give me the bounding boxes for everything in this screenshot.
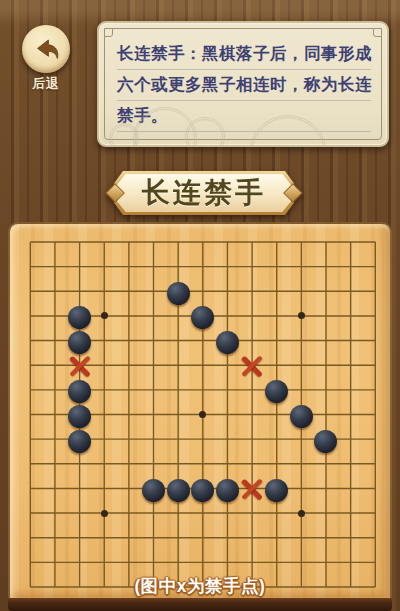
board-front-edge [8,598,392,611]
back-button[interactable]: 后退 [18,25,74,93]
rule-panel: 长连禁手：黑棋落子后，同事形成 六个或更多黑子相连时，称为长连 禁手。 [97,21,389,147]
black-stone [264,476,289,501]
board-caption: (图中x为禁手点) [0,574,400,598]
black-stone [166,279,191,304]
black-stone [67,328,92,353]
back-arrow-icon [31,34,61,64]
black-stone [190,304,215,329]
page-title: 长连禁手 [142,174,266,212]
star-point [289,304,314,329]
back-button-circle[interactable] [22,25,70,73]
board-surface [8,222,392,598]
black-stone [190,476,215,501]
star-point [92,501,117,526]
black-stone [314,427,339,452]
corner-ornament-icon [373,28,382,37]
black-stone [141,476,166,501]
forbidden-point-x-icon [67,353,92,378]
forbidden-point-x-icon [240,476,265,501]
gomoku-board [8,222,392,611]
black-stone [67,427,92,452]
black-stone [215,328,240,353]
black-stone [166,476,191,501]
star-point [289,501,314,526]
black-stone [215,476,240,501]
black-stone [289,402,314,427]
board-grid [18,230,388,598]
rule-text-line: 六个或更多黑子相连时，称为长连 [117,70,371,101]
black-stone [67,378,92,403]
black-stone [264,378,289,403]
black-stone [67,402,92,427]
star-point [190,402,215,427]
rule-text-line: 长连禁手：黑棋落子后，同事形成 [117,39,371,70]
title-banner: 长连禁手 [114,171,294,215]
corner-ornament-icon [104,28,113,37]
star-point [92,304,117,329]
back-button-label: 后退 [18,75,74,93]
black-stone [67,304,92,329]
forbidden-point-x-icon [240,353,265,378]
